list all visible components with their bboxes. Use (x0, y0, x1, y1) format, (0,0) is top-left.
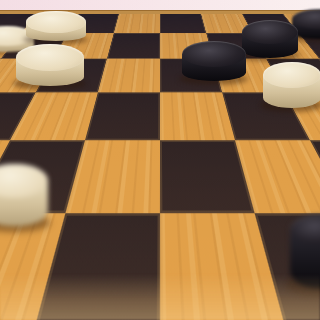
piece-top-face (16, 44, 84, 71)
black-checker-f3[interactable] (290, 215, 320, 289)
piece-top-face (242, 20, 298, 44)
white-checker-b6[interactable] (16, 44, 84, 86)
black-checker-g7[interactable] (242, 20, 298, 58)
square-d6[interactable] (98, 59, 160, 93)
checkers-photo-scene (0, 0, 320, 320)
square-d7[interactable] (107, 33, 160, 58)
piece-top-face (26, 11, 86, 33)
black-checker-f6[interactable] (182, 41, 246, 81)
white-checker-c4[interactable] (0, 164, 48, 226)
square-d8[interactable] (114, 14, 160, 34)
square-d5[interactable] (85, 92, 160, 140)
square-e8[interactable] (160, 14, 206, 34)
piece-top-face (263, 62, 320, 88)
white-checker-g6[interactable] (263, 62, 320, 108)
white-checker-c8[interactable] (26, 11, 86, 41)
piece-top-face (182, 41, 246, 67)
